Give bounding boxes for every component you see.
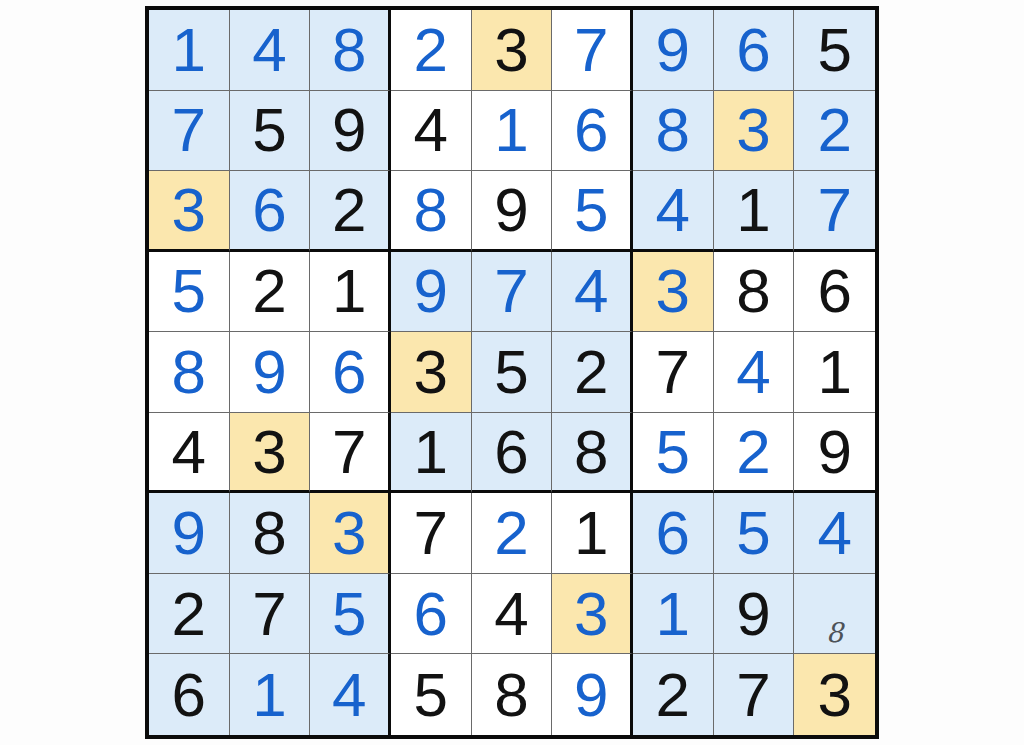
cell-digit: 4 xyxy=(252,19,286,81)
cell-digit: 2 xyxy=(332,179,366,241)
cell-digit: 9 xyxy=(574,664,608,726)
cell-digit: 5 xyxy=(656,421,690,483)
cell-digit: 3 xyxy=(332,502,366,564)
cell-r8c7[interactable]: 1 xyxy=(633,574,714,655)
cell-digit: 9 xyxy=(414,260,448,322)
cell-digit: 7 xyxy=(332,421,366,483)
cell-digit: 6 xyxy=(494,421,528,483)
cell-digit: 4 xyxy=(736,341,770,403)
cell-r3c6[interactable]: 5 xyxy=(552,171,633,252)
cell-digit: 6 xyxy=(172,664,206,726)
cell-r7c6[interactable]: 1 xyxy=(552,493,633,574)
cell-r8c9[interactable]: 8 xyxy=(794,574,875,655)
cell-r5c7[interactable]: 7 xyxy=(633,332,714,413)
cell-r9c8[interactable]: 7 xyxy=(714,654,795,735)
cell-r7c7[interactable]: 6 xyxy=(633,493,714,574)
cell-r4c7[interactable]: 3 xyxy=(633,252,714,333)
cell-r9c5[interactable]: 8 xyxy=(472,654,553,735)
cell-r5c6[interactable]: 2 xyxy=(552,332,633,413)
cell-digit: 9 xyxy=(817,421,851,483)
cell-digit: 6 xyxy=(817,260,851,322)
cell-digit: 4 xyxy=(494,583,528,645)
cell-digit: 7 xyxy=(252,583,286,645)
cell-r7c5[interactable]: 2 xyxy=(472,493,553,574)
cell-digit: 8 xyxy=(736,260,770,322)
cell-r3c3[interactable]: 2 xyxy=(310,171,391,252)
cell-digit: 1 xyxy=(817,341,851,403)
cell-digit: 6 xyxy=(656,502,690,564)
cell-r1c1[interactable]: 1 xyxy=(149,10,230,91)
cell-r8c6[interactable]: 3 xyxy=(552,574,633,655)
cell-digit: 4 xyxy=(817,502,851,564)
cell-digit: 5 xyxy=(736,502,770,564)
cell-digit: 6 xyxy=(414,583,448,645)
cell-r8c3[interactable]: 5 xyxy=(310,574,391,655)
cell-digit: 4 xyxy=(574,260,608,322)
cell-r1c2[interactable]: 4 xyxy=(230,10,311,91)
cell-digit: 3 xyxy=(172,179,206,241)
cell-r4c1[interactable]: 5 xyxy=(149,252,230,333)
cell-r2c7[interactable]: 8 xyxy=(633,91,714,172)
cell-r5c8[interactable]: 4 xyxy=(714,332,795,413)
cell-digit: 1 xyxy=(656,583,690,645)
cell-digit: 6 xyxy=(252,179,286,241)
cell-r9c6[interactable]: 9 xyxy=(552,654,633,735)
cell-r4c2[interactable]: 2 xyxy=(230,252,311,333)
cell-r4c9[interactable]: 6 xyxy=(794,252,875,333)
cell-r2c2[interactable]: 5 xyxy=(230,91,311,172)
pencil-mark: 8 xyxy=(794,619,875,646)
cell-r6c3[interactable]: 7 xyxy=(310,413,391,494)
page: 1482379657594168323628954175219743868963… xyxy=(0,0,1024,745)
cell-digit: 5 xyxy=(414,664,448,726)
cell-r9c7[interactable]: 2 xyxy=(633,654,714,735)
cell-digit: 5 xyxy=(172,260,206,322)
cell-digit: 1 xyxy=(332,260,366,322)
cell-digit: 7 xyxy=(817,179,851,241)
cell-r7c9[interactable]: 4 xyxy=(794,493,875,574)
cell-r8c2[interactable]: 7 xyxy=(230,574,311,655)
cell-r2c9[interactable]: 2 xyxy=(794,91,875,172)
cell-digit: 5 xyxy=(332,583,366,645)
cell-digit: 9 xyxy=(736,583,770,645)
cell-r6c8[interactable]: 2 xyxy=(714,413,795,494)
cell-digit: 7 xyxy=(172,99,206,161)
cell-digit: 5 xyxy=(494,341,528,403)
cell-digit: 3 xyxy=(656,260,690,322)
cell-r5c3[interactable]: 6 xyxy=(310,332,391,413)
cell-r9c3[interactable]: 4 xyxy=(310,654,391,735)
cell-digit: 3 xyxy=(252,421,286,483)
cell-r6c6[interactable]: 8 xyxy=(552,413,633,494)
cell-r7c3[interactable]: 3 xyxy=(310,493,391,574)
cell-digit: 3 xyxy=(736,99,770,161)
cell-digit: 2 xyxy=(656,664,690,726)
cell-digit: 2 xyxy=(574,341,608,403)
cell-digit: 1 xyxy=(494,99,528,161)
cell-digit: 3 xyxy=(817,664,851,726)
cell-r9c9[interactable]: 3 xyxy=(794,654,875,735)
cell-r2c8[interactable]: 3 xyxy=(714,91,795,172)
cell-r3c1[interactable]: 3 xyxy=(149,171,230,252)
cell-r1c9[interactable]: 5 xyxy=(794,10,875,91)
cell-r3c9[interactable]: 7 xyxy=(794,171,875,252)
cell-digit: 2 xyxy=(817,99,851,161)
cell-digit: 6 xyxy=(736,19,770,81)
cell-r8c4[interactable]: 6 xyxy=(391,574,472,655)
cell-digit: 1 xyxy=(172,19,206,81)
cell-digit: 8 xyxy=(172,341,206,403)
cell-r2c4[interactable]: 4 xyxy=(391,91,472,172)
cell-digit: 2 xyxy=(494,502,528,564)
sudoku-board: 1482379657594168323628954175219743868963… xyxy=(145,6,879,739)
cell-r9c2[interactable]: 1 xyxy=(230,654,311,735)
cell-digit: 7 xyxy=(656,341,690,403)
cell-digit: 8 xyxy=(494,664,528,726)
cell-digit: 8 xyxy=(252,502,286,564)
cell-digit: 3 xyxy=(414,341,448,403)
cell-r2c6[interactable]: 6 xyxy=(552,91,633,172)
cell-r6c2[interactable]: 3 xyxy=(230,413,311,494)
cell-r6c1[interactable]: 4 xyxy=(149,413,230,494)
cell-digit: 8 xyxy=(574,421,608,483)
cell-r2c1[interactable]: 7 xyxy=(149,91,230,172)
cell-r6c7[interactable]: 5 xyxy=(633,413,714,494)
cell-r4c3[interactable]: 1 xyxy=(310,252,391,333)
cell-r1c3[interactable]: 8 xyxy=(310,10,391,91)
cell-r7c4[interactable]: 7 xyxy=(391,493,472,574)
cell-r1c4[interactable]: 2 xyxy=(391,10,472,91)
cell-digit: 6 xyxy=(332,341,366,403)
cell-r3c4[interactable]: 8 xyxy=(391,171,472,252)
cell-r2c3[interactable]: 9 xyxy=(310,91,391,172)
cell-digit: 1 xyxy=(736,179,770,241)
cell-r4c5[interactable]: 7 xyxy=(472,252,553,333)
cell-r8c1[interactable]: 2 xyxy=(149,574,230,655)
cell-digit: 2 xyxy=(172,583,206,645)
cell-digit: 8 xyxy=(414,179,448,241)
cell-digit: 4 xyxy=(172,421,206,483)
cell-r7c1[interactable]: 9 xyxy=(149,493,230,574)
cell-digit: 7 xyxy=(494,260,528,322)
cell-digit: 1 xyxy=(252,664,286,726)
cell-r9c1[interactable]: 6 xyxy=(149,654,230,735)
cell-r8c5[interactable]: 4 xyxy=(472,574,553,655)
cell-digit: 3 xyxy=(574,583,608,645)
cell-digit: 9 xyxy=(252,341,286,403)
cell-digit: 3 xyxy=(494,19,528,81)
cell-digit: 7 xyxy=(574,19,608,81)
cell-digit: 4 xyxy=(656,179,690,241)
cell-digit: 1 xyxy=(574,502,608,564)
cell-r5c9[interactable]: 1 xyxy=(794,332,875,413)
cell-digit: 9 xyxy=(494,179,528,241)
cell-r8c8[interactable]: 9 xyxy=(714,574,795,655)
cell-digit: 9 xyxy=(172,502,206,564)
cell-digit: 8 xyxy=(656,99,690,161)
cell-r5c4[interactable]: 3 xyxy=(391,332,472,413)
cell-digit: 4 xyxy=(332,664,366,726)
cell-r9c4[interactable]: 5 xyxy=(391,654,472,735)
cell-digit: 1 xyxy=(414,421,448,483)
cell-r6c4[interactable]: 1 xyxy=(391,413,472,494)
cell-r2c5[interactable]: 1 xyxy=(472,91,553,172)
cell-r6c5[interactable]: 6 xyxy=(472,413,553,494)
cell-digit: 7 xyxy=(736,664,770,726)
cell-r7c8[interactable]: 5 xyxy=(714,493,795,574)
cell-r1c7[interactable]: 9 xyxy=(633,10,714,91)
cell-digit: 5 xyxy=(252,99,286,161)
cell-digit: 6 xyxy=(574,99,608,161)
cell-r6c9[interactable]: 9 xyxy=(794,413,875,494)
cell-digit: 5 xyxy=(574,179,608,241)
cell-digit: 5 xyxy=(817,19,851,81)
cell-digit: 2 xyxy=(736,421,770,483)
cell-digit: 9 xyxy=(656,19,690,81)
cell-r5c2[interactable]: 9 xyxy=(230,332,311,413)
cell-r3c7[interactable]: 4 xyxy=(633,171,714,252)
cell-digit: 2 xyxy=(252,260,286,322)
cell-r5c1[interactable]: 8 xyxy=(149,332,230,413)
cell-r4c6[interactable]: 4 xyxy=(552,252,633,333)
cell-r4c8[interactable]: 8 xyxy=(714,252,795,333)
cell-r1c8[interactable]: 6 xyxy=(714,10,795,91)
cell-digit: 4 xyxy=(414,99,448,161)
cell-digit: 8 xyxy=(332,19,366,81)
cell-digit: 9 xyxy=(332,99,366,161)
cell-r3c5[interactable]: 9 xyxy=(472,171,553,252)
cell-r5c5[interactable]: 5 xyxy=(472,332,553,413)
cell-digit: 2 xyxy=(414,19,448,81)
cell-r7c2[interactable]: 8 xyxy=(230,493,311,574)
cell-r4c4[interactable]: 9 xyxy=(391,252,472,333)
cell-r3c2[interactable]: 6 xyxy=(230,171,311,252)
cell-digit: 7 xyxy=(414,502,448,564)
cell-r1c6[interactable]: 7 xyxy=(552,10,633,91)
cell-r3c8[interactable]: 1 xyxy=(714,171,795,252)
cell-r1c5[interactable]: 3 xyxy=(472,10,553,91)
